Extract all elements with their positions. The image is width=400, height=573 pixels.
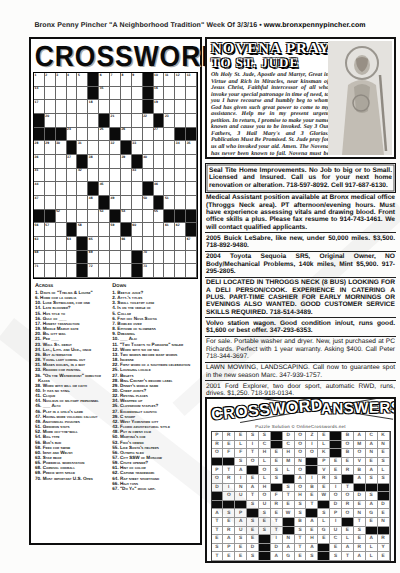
across-column: Across 1. Davis of "Thelma & Louise"6. H… xyxy=(35,283,112,491)
grid-cell[interactable]: 6 xyxy=(99,73,110,87)
grid-cell[interactable] xyxy=(186,182,197,196)
solution-black-cell xyxy=(235,501,247,510)
grid-cell[interactable] xyxy=(132,210,143,224)
grid-cell[interactable]: 24 xyxy=(67,128,78,142)
grid-cell[interactable]: 45 xyxy=(99,182,110,196)
grid-cell[interactable] xyxy=(121,264,132,278)
grid-cell[interactable] xyxy=(56,251,67,265)
grid-cell[interactable] xyxy=(121,100,132,114)
right-column: NOVENA PRAYER TO ST. JUDE Oh Holy St. Ju… xyxy=(205,37,396,399)
grid-cell[interactable] xyxy=(56,87,67,101)
black-cell xyxy=(34,210,45,224)
grid-cell[interactable] xyxy=(45,100,56,114)
grid-cell[interactable] xyxy=(56,155,67,169)
cell-number: 48 xyxy=(89,196,93,200)
cell-number: 61 xyxy=(165,223,169,227)
grid-cell[interactable] xyxy=(88,141,99,155)
grid-cell[interactable]: 71 xyxy=(34,264,45,278)
grid-cell[interactable]: 34 xyxy=(175,141,186,155)
solution-letter-cell: F xyxy=(235,449,247,458)
grid-cell[interactable]: 55 xyxy=(154,210,165,224)
solution-letter-cell: I xyxy=(247,441,259,450)
grid-cell[interactable]: 42 xyxy=(77,169,88,183)
grid-cell[interactable] xyxy=(56,237,67,251)
grid-cell[interactable]: 7 xyxy=(110,73,121,87)
grid-cell[interactable]: 5 xyxy=(77,73,88,87)
grid-cell[interactable] xyxy=(67,210,78,224)
grid-cell[interactable]: 59 xyxy=(110,223,121,237)
grid-cell[interactable]: 18 xyxy=(88,100,99,114)
ad-medical-assistant: Medical Assistant position available at … xyxy=(205,193,396,232)
grid-cell[interactable]: 54 xyxy=(121,210,132,224)
cell-number: 53 xyxy=(100,209,104,213)
black-cell xyxy=(99,114,110,128)
solution-letter-cell: K xyxy=(378,432,390,441)
black-cell xyxy=(143,87,154,101)
solution-letter-cell: S xyxy=(366,475,378,484)
solution-letter-cell: P xyxy=(235,509,247,518)
grid-cell[interactable]: 26 xyxy=(121,128,132,142)
grid-cell[interactable] xyxy=(175,114,186,128)
grid-cell[interactable] xyxy=(67,182,78,196)
solution-black-cell xyxy=(306,458,318,467)
cell-number: 22 xyxy=(143,114,147,118)
solution-letter-cell: U xyxy=(235,492,247,501)
solution-letter-cell: T xyxy=(247,492,259,501)
solution-letter-cell: A xyxy=(223,535,235,544)
grid-cell[interactable] xyxy=(77,100,88,114)
cell-number: 47 xyxy=(35,196,39,200)
grid-cell[interactable] xyxy=(175,87,186,101)
grid-cell[interactable]: 39 xyxy=(121,155,132,169)
grid-cell[interactable] xyxy=(132,114,143,128)
ad-buick-lesabre: 2005 Buick LeSabre, like new, under 50,0… xyxy=(205,232,396,251)
grid-cell[interactable] xyxy=(110,182,121,196)
solution-letter-cell: L xyxy=(259,458,271,467)
solution-black-cell xyxy=(330,432,342,441)
grid-cell[interactable] xyxy=(143,210,154,224)
grid-cell[interactable]: 15 xyxy=(99,87,110,101)
grid-cell[interactable] xyxy=(77,114,88,128)
solution-letter-cell: W xyxy=(283,509,295,518)
grid-cell[interactable] xyxy=(77,182,88,196)
grid-cell[interactable] xyxy=(175,182,186,196)
solution-letter-cell: D xyxy=(354,492,366,501)
grid-cell[interactable] xyxy=(175,196,186,210)
grid-cell[interactable] xyxy=(77,87,88,101)
solution-letter-cell: S xyxy=(354,527,366,536)
cell-number: 51 xyxy=(165,196,169,200)
solution-letter-cell: R xyxy=(318,475,330,484)
grid-cell[interactable] xyxy=(99,223,110,237)
grid-cell[interactable] xyxy=(164,182,175,196)
grid-cell[interactable] xyxy=(45,196,56,210)
solution-letter-cell: L xyxy=(283,466,295,475)
grid-cell[interactable]: 17 xyxy=(34,100,45,114)
black-cell xyxy=(110,128,121,142)
grid-cell[interactable] xyxy=(121,169,132,183)
grid-cell[interactable] xyxy=(186,114,197,128)
grid-cell[interactable] xyxy=(56,100,67,114)
solution-letter-cell: E xyxy=(306,492,318,501)
grid-cell[interactable]: 13 xyxy=(186,73,197,87)
solution-letter-cell: E xyxy=(247,475,259,484)
solution-letter-cell: E xyxy=(235,552,247,561)
grid-cell[interactable] xyxy=(99,141,110,155)
grid-cell[interactable] xyxy=(45,169,56,183)
solution-letter-cell: O xyxy=(342,509,354,518)
grid-cell[interactable] xyxy=(164,251,175,265)
grid-cell[interactable]: 63 xyxy=(34,237,45,251)
grid-cell[interactable]: 73 xyxy=(143,264,154,278)
grid-cell[interactable] xyxy=(110,87,121,101)
cell-number: 42 xyxy=(78,168,82,172)
grid-cell[interactable]: 9 xyxy=(132,73,143,87)
grid-cell[interactable]: 30 xyxy=(56,141,67,155)
grid-cell[interactable]: 57 xyxy=(45,223,56,237)
cell-number: 58 xyxy=(78,223,82,227)
cell-number: 14 xyxy=(35,86,39,90)
grid-cell[interactable] xyxy=(99,155,110,169)
grid-cell[interactable]: 23 xyxy=(164,114,175,128)
cell-number: 60 xyxy=(132,223,136,227)
solution-letter-cell: T xyxy=(306,501,318,510)
grid-cell[interactable] xyxy=(121,196,132,210)
grid-cell[interactable] xyxy=(110,251,121,265)
grid-cell[interactable] xyxy=(45,264,56,278)
grid-cell[interactable] xyxy=(67,100,78,114)
solution-letter-cell: T xyxy=(271,518,283,527)
grid-cell[interactable]: 31 xyxy=(77,141,88,155)
grid-cell[interactable] xyxy=(164,155,175,169)
solution-letter-cell: Z xyxy=(306,432,318,441)
grid-cell[interactable] xyxy=(143,237,154,251)
solution-letter-cell: E xyxy=(295,552,307,561)
solution-letter-cell: O xyxy=(247,458,259,467)
grid-cell[interactable] xyxy=(143,223,154,237)
grid-cell[interactable] xyxy=(56,264,67,278)
grid-cell[interactable]: 46 xyxy=(154,182,165,196)
cell-number: 1 xyxy=(35,73,37,77)
grid-cell[interactable] xyxy=(99,169,110,183)
grid-cell[interactable]: 40 xyxy=(143,155,154,169)
cell-number: 57 xyxy=(45,223,49,227)
black-cell xyxy=(175,210,186,224)
grid-cell[interactable]: 11 xyxy=(164,73,175,87)
cell-number: 32 xyxy=(111,141,115,145)
solution-letter-cell: F xyxy=(223,449,235,458)
grid-cell[interactable]: 3 xyxy=(56,73,67,87)
solution-letter-cell: G xyxy=(318,527,330,536)
grid-cell[interactable] xyxy=(99,237,110,251)
answers-title-word1: CROSSWORD xyxy=(211,397,324,425)
grid-cell[interactable] xyxy=(45,182,56,196)
grid-cell[interactable] xyxy=(132,87,143,101)
grid-cell[interactable] xyxy=(164,141,175,155)
grid-cell[interactable] xyxy=(164,128,175,142)
solution-black-cell xyxy=(354,484,366,493)
solution-letter-cell: E xyxy=(330,458,342,467)
solution-letter-cell: D xyxy=(212,484,224,493)
grid-cell[interactable] xyxy=(88,169,99,183)
solution-letter-cell: P xyxy=(318,458,330,467)
grid-cell[interactable]: 60 xyxy=(132,223,143,237)
grid-cell[interactable] xyxy=(154,251,165,265)
black-cell xyxy=(77,264,88,278)
cell-number: 3 xyxy=(56,73,58,77)
grid-cell[interactable] xyxy=(67,169,78,183)
grid-cell[interactable]: 50 xyxy=(143,196,154,210)
grid-cell[interactable]: 49 xyxy=(110,196,121,210)
solution-letter-cell: B xyxy=(354,466,366,475)
grid-cell[interactable]: 51 xyxy=(164,196,175,210)
grid-cell[interactable] xyxy=(186,87,197,101)
grid-cell[interactable] xyxy=(77,210,88,224)
grid-cell[interactable] xyxy=(186,251,197,265)
grid-cell[interactable] xyxy=(164,87,175,101)
grid-cell[interactable] xyxy=(110,169,121,183)
grid-cell[interactable]: 68 xyxy=(34,251,45,265)
grid-cell[interactable]: 70 xyxy=(143,251,154,265)
black-cell xyxy=(132,251,143,265)
grid-cell[interactable] xyxy=(121,87,132,101)
grid-cell[interactable] xyxy=(186,264,197,278)
solution-letter-cell: N xyxy=(295,458,307,467)
solution-letter-cell: T xyxy=(295,544,307,553)
solution-letter-cell: S xyxy=(271,466,283,475)
cell-number: 29 xyxy=(45,141,49,145)
grid-cell[interactable] xyxy=(99,264,110,278)
grid-cell[interactable] xyxy=(186,196,197,210)
grid-cell[interactable] xyxy=(110,237,121,251)
grid-cell[interactable] xyxy=(164,169,175,183)
cell-number: 52 xyxy=(56,209,60,213)
crossword-grid[interactable]: 1234567891011121314151617181920212223242… xyxy=(33,72,198,279)
grid-cell[interactable] xyxy=(77,128,88,142)
grid-cell[interactable] xyxy=(132,237,143,251)
grid-cell[interactable] xyxy=(45,87,56,101)
solution-letter-cell: E xyxy=(366,458,378,467)
grid-cell[interactable]: 65 xyxy=(88,237,99,251)
grid-cell[interactable] xyxy=(56,196,67,210)
solution-black-cell xyxy=(212,458,224,467)
crossword-answers-section: CROSSWORDANSWERS Puzzle Solution © Onlin… xyxy=(205,397,396,563)
grid-cell[interactable] xyxy=(99,251,110,265)
black-cell xyxy=(186,223,197,237)
grid-cell[interactable]: 19 xyxy=(154,100,165,114)
grid-cell[interactable] xyxy=(99,100,110,114)
grid-cell[interactable]: 53 xyxy=(99,210,110,224)
grid-cell[interactable] xyxy=(88,223,99,237)
grid-cell[interactable] xyxy=(175,251,186,265)
solution-black-cell xyxy=(271,432,283,441)
solution-letter-cell: K xyxy=(318,449,330,458)
grid-cell[interactable] xyxy=(154,141,165,155)
grid-cell[interactable] xyxy=(67,196,78,210)
cell-number: 71 xyxy=(35,264,39,268)
solution-letter-cell: O xyxy=(259,492,271,501)
grid-cell[interactable] xyxy=(45,237,56,251)
grid-cell[interactable] xyxy=(56,182,67,196)
grid-cell[interactable]: 27 xyxy=(154,128,165,142)
solution-letter-cell: A xyxy=(366,535,378,544)
grid-cell[interactable]: 4 xyxy=(67,73,78,87)
grid-cell[interactable]: 10 xyxy=(154,73,165,87)
solution-letter-cell: L xyxy=(259,475,271,484)
grid-cell[interactable] xyxy=(56,223,67,237)
grid-cell[interactable] xyxy=(143,128,154,142)
grid-cell[interactable]: 37 xyxy=(67,155,78,169)
black-cell xyxy=(121,141,132,155)
grid-cell[interactable]: 72 xyxy=(88,264,99,278)
grid-cell[interactable] xyxy=(164,100,175,114)
solution-letter-cell: E xyxy=(318,535,330,544)
grid-cell[interactable]: 69 xyxy=(88,251,99,265)
solution-letter-cell: A xyxy=(354,432,366,441)
novena-prayer-ad: NOVENA PRAYER TO ST. JUDE Oh Holy St. Ju… xyxy=(205,37,396,159)
grid-cell[interactable] xyxy=(56,169,67,183)
grid-cell[interactable]: 66 xyxy=(121,237,132,251)
grid-cell[interactable]: 58 xyxy=(77,223,88,237)
grid-cell[interactable] xyxy=(77,196,88,210)
grid-cell[interactable] xyxy=(132,100,143,114)
grid-cell[interactable]: 20 xyxy=(45,114,56,128)
grid-cell[interactable]: 41 xyxy=(34,169,45,183)
solution-letter-cell: A xyxy=(283,544,295,553)
grid-cell[interactable] xyxy=(186,155,197,169)
grid-cell[interactable]: 38 xyxy=(88,155,99,169)
grid-cell[interactable] xyxy=(132,196,143,210)
grid-cell[interactable]: 33 xyxy=(132,141,143,155)
solution-letter-cell: T xyxy=(342,484,354,493)
grid-cell[interactable] xyxy=(175,264,186,278)
solution-letter-cell: E xyxy=(378,449,390,458)
grid-cell[interactable] xyxy=(67,114,78,128)
grid-cell[interactable] xyxy=(110,155,121,169)
cell-number: 2 xyxy=(45,73,47,77)
grid-cell[interactable]: 32 xyxy=(110,141,121,155)
grid-cell[interactable] xyxy=(186,169,197,183)
grid-cell[interactable] xyxy=(175,237,186,251)
grid-cell[interactable] xyxy=(88,210,99,224)
solution-letter-cell: I xyxy=(271,535,283,544)
grid-cell[interactable]: 2 xyxy=(45,73,56,87)
grid-cell[interactable] xyxy=(88,128,99,142)
grid-cell[interactable]: 12 xyxy=(175,73,186,87)
cell-number: 33 xyxy=(132,141,136,145)
grid-cell[interactable] xyxy=(67,87,78,101)
solution-black-cell xyxy=(330,449,342,458)
classified-ads: Seal Tite Home Improvements. No Job to b… xyxy=(205,163,396,399)
grid-cell[interactable] xyxy=(132,128,143,142)
solution-letter-cell: E xyxy=(342,527,354,536)
page-header: Bronx Penny Pincher "A Neighborhood Trad… xyxy=(0,22,400,29)
grid-cell[interactable] xyxy=(154,264,165,278)
novena-signature: L.M. xyxy=(279,157,291,159)
solution-letter-cell: P xyxy=(330,509,342,518)
grid-cell[interactable] xyxy=(143,169,154,183)
solution-letter-cell: B xyxy=(342,449,354,458)
across-header: Across xyxy=(35,283,110,289)
grid-cell[interactable] xyxy=(154,169,165,183)
grid-cell[interactable] xyxy=(67,264,78,278)
solution-letter-cell: T xyxy=(223,466,235,475)
grid-cell[interactable] xyxy=(154,155,165,169)
solution-letter-cell: G xyxy=(366,509,378,518)
grid-cell[interactable]: 16 xyxy=(154,87,165,101)
grid-cell[interactable]: 35 xyxy=(186,141,197,155)
grid-cell[interactable]: 62 xyxy=(175,223,186,237)
grid-cell[interactable] xyxy=(132,182,143,196)
grid-cell[interactable]: 28 xyxy=(34,141,45,155)
black-cell xyxy=(154,114,165,128)
grid-cell[interactable]: 36 xyxy=(34,155,45,169)
grid-cell[interactable]: 43 xyxy=(132,169,143,183)
grid-cell[interactable] xyxy=(143,141,154,155)
grid-cell[interactable]: 67 xyxy=(186,237,197,251)
cell-number: 10 xyxy=(154,73,158,77)
grid-cell[interactable]: 21 xyxy=(110,114,121,128)
grid-cell[interactable]: 64 xyxy=(67,237,78,251)
cell-number: 28 xyxy=(35,141,39,145)
cell-number: 23 xyxy=(165,114,169,118)
cell-number: 62 xyxy=(176,223,180,227)
grid-cell[interactable]: 52 xyxy=(56,210,67,224)
grid-cell[interactable]: 14 xyxy=(34,87,45,101)
grid-cell[interactable]: 44 xyxy=(34,182,45,196)
grid-cell[interactable] xyxy=(175,169,186,183)
grid-cell[interactable] xyxy=(45,251,56,265)
grid-cell[interactable]: 25 xyxy=(99,128,110,142)
solution-letter-cell: S xyxy=(235,535,247,544)
grid-cell[interactable] xyxy=(121,251,132,265)
grid-cell[interactable] xyxy=(154,237,165,251)
black-cell xyxy=(88,182,99,196)
grid-cell[interactable]: 47 xyxy=(34,196,45,210)
grid-cell[interactable]: 8 xyxy=(121,73,132,87)
cell-number: 26 xyxy=(121,127,125,131)
grid-cell[interactable] xyxy=(67,251,78,265)
grid-cell[interactable] xyxy=(175,100,186,114)
grid-cell[interactable] xyxy=(110,100,121,114)
grid-cell[interactable]: 48 xyxy=(88,196,99,210)
solution-letter-cell: O xyxy=(295,466,307,475)
grid-cell[interactable] xyxy=(175,155,186,169)
grid-cell[interactable]: 56 xyxy=(34,223,45,237)
grid-cell[interactable] xyxy=(121,114,132,128)
solution-letter-cell: E xyxy=(235,432,247,441)
solution-black-cell xyxy=(223,458,235,467)
grid-cell[interactable] xyxy=(154,223,165,237)
solution-letter-cell: O xyxy=(330,492,342,501)
grid-cell[interactable] xyxy=(45,155,56,169)
grid-cell[interactable] xyxy=(121,182,132,196)
solution-letter-cell: O xyxy=(295,449,307,458)
solution-letter-cell: S xyxy=(259,432,271,441)
grid-cell[interactable]: 61 xyxy=(164,223,175,237)
grid-cell[interactable] xyxy=(88,114,99,128)
grid-cell[interactable] xyxy=(110,264,121,278)
grid-cell[interactable]: 1 xyxy=(34,73,45,87)
grid-cell[interactable] xyxy=(186,100,197,114)
black-cell xyxy=(45,210,56,224)
grid-cell[interactable] xyxy=(56,114,67,128)
grid-cell[interactable]: 22 xyxy=(143,114,154,128)
grid-cell[interactable]: 29 xyxy=(45,141,56,155)
grid-cell[interactable] xyxy=(164,237,175,251)
grid-cell[interactable] xyxy=(164,264,175,278)
solution-letter-cell: C xyxy=(366,432,378,441)
